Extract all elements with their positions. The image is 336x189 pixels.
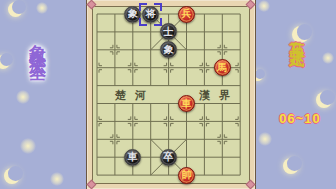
glow-icon	[322, 52, 334, 64]
river-text-right: 漢界	[199, 88, 239, 103]
glow-icon	[258, 0, 270, 12]
moon-icon	[283, 158, 299, 174]
glow-icon	[50, 172, 64, 186]
piece-red-soldier[interactable]: 兵	[178, 6, 195, 23]
glow-icon	[16, 90, 30, 104]
topic-title: 车马兵定式	[287, 28, 306, 43]
piece-black-chariot[interactable]: 車	[124, 149, 141, 166]
piece-red-horse[interactable]: 馬	[214, 59, 231, 76]
moon-icon	[0, 55, 10, 69]
episode-range: 06~10	[268, 111, 332, 126]
glow-icon	[258, 132, 272, 146]
moon-icon	[8, 2, 23, 17]
piece-red-chariot[interactable]: 車	[178, 95, 195, 112]
glow-icon	[36, 2, 48, 14]
river-text-left: 楚河	[115, 88, 155, 103]
moon-icon	[4, 168, 20, 184]
piece-black-general[interactable]: 将	[142, 6, 159, 23]
xiangqi-board[interactable]: 楚河 漢界 象将兵士象馬車車卒帥	[86, 0, 256, 189]
series-title: 象棋杀法大全	[26, 30, 49, 54]
piece-red-general[interactable]: 帥	[178, 167, 195, 184]
glow-icon	[20, 138, 36, 154]
moon-icon	[316, 92, 332, 108]
piece-black-soldier[interactable]: 卒	[160, 149, 177, 166]
video-frame: 楚河 漢界 象将兵士象馬車車卒帥 象棋杀法大全 车马兵定式 06~10	[0, 0, 336, 189]
